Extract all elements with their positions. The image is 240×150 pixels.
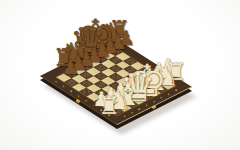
piece-black-pawn: ♟: [61, 57, 79, 77]
chess-set-photo: ♜♞♟♝♟♚♟♛♟♝♟♞♟♜♟♟♟♟♜♟♞♟♝♟♚♟♛♟♝♟♞♜: [0, 0, 240, 150]
brass-stud: [131, 112, 133, 114]
brass-stud: [63, 86, 65, 88]
brass-stud: [124, 116, 126, 118]
brass-stud: [70, 90, 72, 92]
brass-stud: [86, 100, 88, 102]
brass-stud: [55, 81, 57, 83]
piece-white-rook: ♜: [98, 94, 120, 118]
brass-stud: [78, 95, 80, 97]
